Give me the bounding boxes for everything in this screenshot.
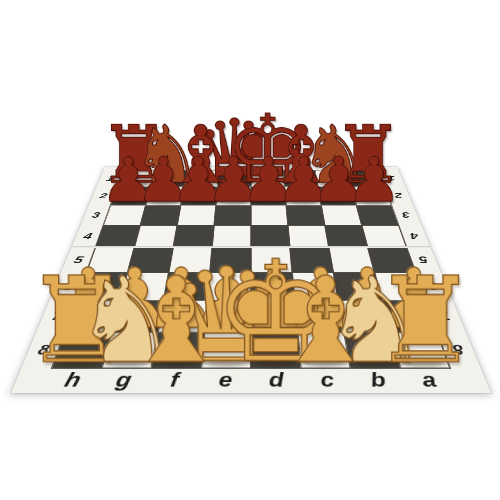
- piece-shadow: [254, 183, 282, 187]
- square-c4: [288, 225, 329, 247]
- file-label-g: g: [95, 367, 152, 393]
- square-c3: [286, 205, 325, 225]
- piece-shadow: [187, 183, 215, 187]
- piece-shadow: [255, 359, 297, 367]
- square-e7: ♟: [204, 301, 251, 333]
- square-d7: ♟: [251, 301, 298, 333]
- square-d1: ♚: [251, 170, 284, 187]
- piece-shadow: [323, 200, 353, 204]
- piece-shadow: [162, 324, 202, 331]
- piece-shadow: [56, 359, 100, 367]
- square-g2: ♟: [146, 187, 184, 205]
- square-h3: [103, 205, 145, 225]
- square-e2: ♟: [216, 187, 251, 205]
- file-label-c: c: [301, 367, 355, 393]
- square-h1: ♜: [117, 170, 155, 187]
- square-e4: [212, 225, 251, 247]
- square-e6: [207, 273, 251, 301]
- piece-shadow: [114, 200, 145, 204]
- file-label-a: a: [400, 367, 459, 393]
- square-b2: ♟: [318, 187, 356, 205]
- piece-shadow: [205, 359, 247, 367]
- square-d5: [251, 248, 292, 273]
- file-label-f: f: [147, 367, 201, 393]
- file-labels-bottom: hgfedcba: [43, 367, 459, 393]
- square-c6: [292, 273, 338, 301]
- piece-shadow: [402, 359, 446, 367]
- square-b3: [321, 205, 362, 225]
- square-c2: ♟: [284, 187, 321, 205]
- square-g4: [134, 225, 177, 247]
- square-b4: [325, 225, 368, 247]
- square-c5: [290, 248, 333, 273]
- square-h2: ♟: [111, 187, 151, 205]
- fold-seam: [71, 246, 432, 248]
- piece-shadow: [392, 324, 433, 331]
- square-h6: [76, 273, 127, 301]
- square-f6: [164, 273, 210, 301]
- square-c1: ♝: [283, 170, 318, 187]
- square-f5: [169, 248, 212, 273]
- square-d6: [251, 273, 295, 301]
- square-f3: [177, 205, 216, 225]
- square-f4: [173, 225, 214, 247]
- square-c7: ♟: [295, 301, 344, 333]
- square-f1: ♝: [184, 170, 219, 187]
- square-d8: ♚: [251, 332, 301, 368]
- piece-shadow: [153, 183, 182, 187]
- piece-shadow: [106, 359, 149, 367]
- square-f8: ♝: [151, 332, 204, 368]
- square-b5: [329, 248, 375, 273]
- square-h4: [95, 225, 140, 247]
- square-g3: [140, 205, 181, 225]
- square-e5: [210, 248, 251, 273]
- square-g8: ♞: [102, 332, 158, 368]
- piece-shadow: [353, 359, 396, 367]
- piece-shadow: [346, 324, 386, 331]
- file-label-h: h: [43, 367, 102, 393]
- piece-shadow: [208, 324, 247, 331]
- chessboard: 12345678 12345678 hgfedcba ♜♞♝♛♚♝♞♜♟♟♟♟♟…: [11, 167, 491, 393]
- square-g5: [127, 248, 173, 273]
- piece-shadow: [220, 183, 248, 187]
- square-d4: [251, 225, 290, 247]
- piece-shadow: [304, 359, 346, 367]
- square-e3: [214, 205, 251, 225]
- piece-shadow: [149, 200, 179, 204]
- piece-shadow: [69, 324, 110, 331]
- piece-shadow: [288, 200, 318, 204]
- piece-shadow: [120, 183, 149, 187]
- piece-shadow: [115, 324, 155, 331]
- piece-shadow: [358, 200, 389, 204]
- piece-shadow: [300, 324, 340, 331]
- piece-shadow: [254, 200, 283, 204]
- square-e8: ♛: [201, 332, 251, 368]
- piece-shadow: [320, 183, 349, 187]
- square-g1: ♞: [151, 170, 187, 187]
- piece-shadow: [219, 200, 248, 204]
- piece-shadow: [255, 324, 294, 331]
- piece-shadow: [353, 183, 382, 187]
- square-h5: [86, 248, 134, 273]
- file-label-e: e: [199, 367, 251, 393]
- piece-shadow: [156, 359, 198, 367]
- square-d3: [251, 205, 288, 225]
- piece-shadow: [287, 183, 315, 187]
- square-d2: ♟: [251, 187, 286, 205]
- file-label-d: d: [251, 367, 303, 393]
- square-g7: ♟: [111, 301, 163, 333]
- square-e1: ♛: [218, 170, 251, 187]
- square-c8: ♝: [298, 332, 351, 368]
- square-f7: ♟: [158, 301, 207, 333]
- square-g6: [120, 273, 169, 301]
- square-f2: ♟: [181, 187, 218, 205]
- product-photo: 12345678 12345678 hgfedcba ♜♞♝♛♚♝♞♜♟♟♟♟♟…: [0, 0, 500, 500]
- square-b1: ♞: [315, 170, 351, 187]
- piece-shadow: [184, 200, 214, 204]
- file-label-b: b: [350, 367, 407, 393]
